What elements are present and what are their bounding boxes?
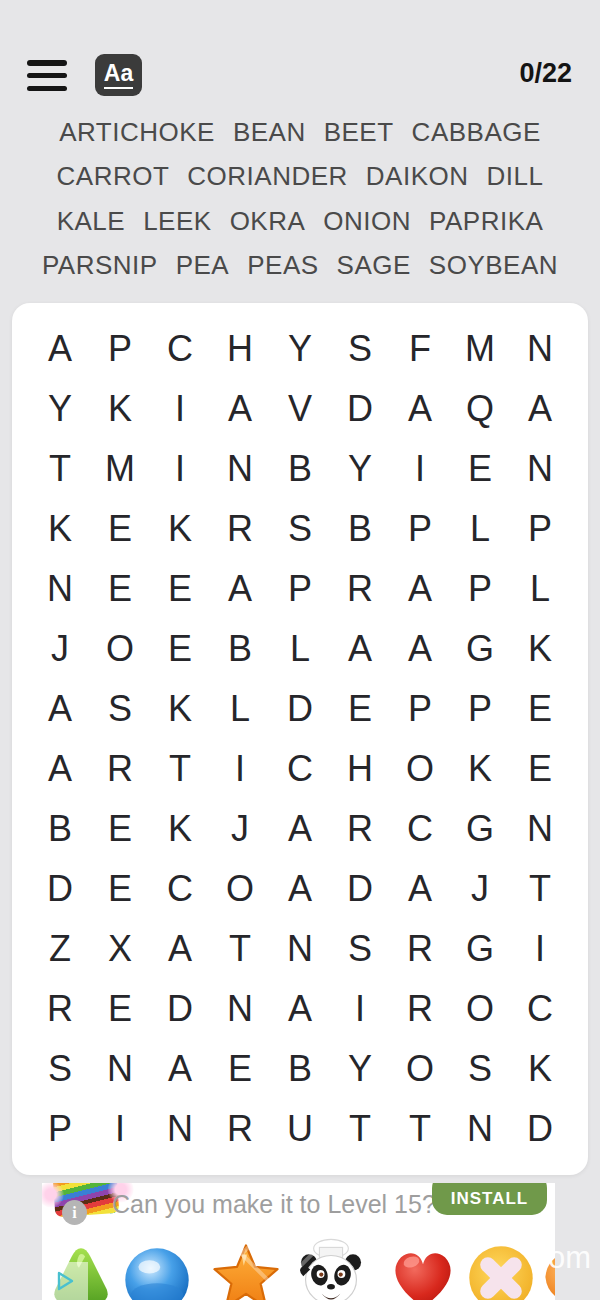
word-list-word: BEAN (233, 117, 306, 148)
word-list-word: DILL (487, 161, 544, 192)
grid-cell[interactable]: A (30, 319, 90, 379)
install-button[interactable]: INSTALL (432, 1183, 547, 1215)
grid-cell[interactable]: A (330, 619, 390, 679)
grid-cell[interactable]: T (30, 439, 90, 499)
cross-cookie-icon (466, 1243, 536, 1300)
grid-cell[interactable]: N (150, 1099, 210, 1159)
grid-cell[interactable]: P (450, 559, 510, 619)
grid-cell[interactable]: A (30, 739, 90, 799)
grid-cell[interactable]: N (210, 439, 270, 499)
font-size-button[interactable]: Aa (95, 54, 142, 96)
grid-cell[interactable]: P (450, 679, 510, 739)
grid-cell[interactable]: K (510, 619, 570, 679)
grid-cell[interactable]: O (390, 1039, 450, 1099)
grid-cell[interactable]: A (390, 559, 450, 619)
word-list-word: PAPRIKA (429, 206, 543, 237)
grid-cell[interactable]: Q (450, 379, 510, 439)
grid-cell[interactable]: N (510, 799, 570, 859)
menu-icon[interactable] (27, 60, 67, 91)
grid-cell[interactable]: O (210, 859, 270, 919)
grid-cell[interactable]: E (90, 559, 150, 619)
grid-cell[interactable]: C (150, 859, 210, 919)
grid-cell[interactable]: P (270, 559, 330, 619)
grid-cell[interactable]: D (30, 859, 90, 919)
grid-cell[interactable]: E (510, 739, 570, 799)
grid-cell[interactable]: G (450, 619, 510, 679)
grid-cell[interactable]: R (90, 739, 150, 799)
grid-cell[interactable]: N (90, 1039, 150, 1099)
word-list-word: PARSNIP (42, 250, 158, 281)
grid-cell[interactable]: A (390, 379, 450, 439)
word-list-line: ARTICHOKEBEANBEETCABBAGE (0, 110, 600, 155)
grid-cell[interactable]: S (30, 1039, 90, 1099)
word-list: ARTICHOKEBEANBEETCABBAGECARROTCORIANDERD… (0, 110, 600, 288)
grid-cell[interactable]: B (270, 1039, 330, 1099)
grid-cell[interactable]: A (390, 859, 450, 919)
grid-cell[interactable]: A (150, 1039, 210, 1099)
grid-cell[interactable]: Y (330, 1039, 390, 1099)
word-list-word: SAGE (337, 250, 411, 281)
grid-cell[interactable]: J (30, 619, 90, 679)
blue-ball-icon (122, 1245, 192, 1300)
grid-cell[interactable]: K (510, 1039, 570, 1099)
grid-cell[interactable]: R (210, 499, 270, 559)
grid-cell[interactable]: N (270, 919, 330, 979)
grid-cell[interactable]: P (90, 319, 150, 379)
grid-cell[interactable]: N (30, 559, 90, 619)
grid-cell[interactable]: K (90, 379, 150, 439)
ad-banner[interactable]: i Can you make it to Level 15? INSTALL (42, 1183, 555, 1300)
page: { "game": "word-search", "position": { "… (0, 0, 600, 1300)
word-list-word: CARROT (57, 161, 170, 192)
grid-cell[interactable]: R (390, 979, 450, 1039)
grid-cell[interactable]: R (390, 919, 450, 979)
grid-cell[interactable]: E (90, 859, 150, 919)
grid-cell[interactable]: V (270, 379, 330, 439)
grid-cell[interactable]: S (90, 679, 150, 739)
grid-cell[interactable]: Y (270, 319, 330, 379)
word-list-line: CARROTCORIANDERDAIKONDILL (0, 155, 600, 200)
grid-cell[interactable]: K (150, 679, 210, 739)
grid-cell[interactable]: K (30, 499, 90, 559)
word-list-word: PEA (176, 250, 230, 281)
grid-cell[interactable]: F (390, 319, 450, 379)
grid-cell[interactable]: P (510, 499, 570, 559)
grid-cell[interactable]: I (210, 739, 270, 799)
grid-cell[interactable]: S (450, 1039, 510, 1099)
grid-cell[interactable]: R (210, 1099, 270, 1159)
ad-info-icon[interactable]: i (62, 1200, 87, 1225)
grid-cell[interactable]: D (330, 379, 390, 439)
grid-cell[interactable]: I (510, 919, 570, 979)
menu-bar (27, 60, 67, 66)
grid-cell[interactable]: O (450, 979, 510, 1039)
word-list-word: KALE (57, 206, 126, 237)
grid-cell[interactable]: A (150, 919, 210, 979)
grid-cell[interactable]: U (270, 1099, 330, 1159)
word-list-word: PEAS (247, 250, 318, 281)
grid-cell[interactable]: G (450, 799, 510, 859)
word-list-word: OKRA (230, 206, 306, 237)
grid-cell[interactable]: L (270, 619, 330, 679)
word-list-word: CABBAGE (412, 117, 541, 148)
grid-cell[interactable]: S (330, 319, 390, 379)
grid-cell[interactable]: S (270, 499, 330, 559)
grid-cell[interactable]: C (150, 319, 210, 379)
word-list-line: PARSNIPPEAPEASSAGESOYBEAN (0, 244, 600, 289)
grid-cell[interactable]: C (390, 799, 450, 859)
grid-cell[interactable]: R (30, 979, 90, 1039)
grid-cell[interactable]: H (210, 319, 270, 379)
grid-cell[interactable]: R (330, 559, 390, 619)
grid-cell[interactable]: L (510, 559, 570, 619)
grid-cell[interactable]: T (150, 739, 210, 799)
red-heart-icon (386, 1243, 460, 1300)
grid-cell[interactable]: I (330, 979, 390, 1039)
grid-cell[interactable]: P (390, 679, 450, 739)
grid-cell[interactable]: B (330, 499, 390, 559)
grid-cell[interactable]: H (330, 739, 390, 799)
grid-cell[interactable]: E (90, 499, 150, 559)
word-list-word: SOYBEAN (429, 250, 558, 281)
grid-cell[interactable]: A (390, 619, 450, 679)
grid-cell[interactable]: I (150, 439, 210, 499)
grid-cell[interactable]: E (450, 439, 510, 499)
grid-cell[interactable]: I (150, 379, 210, 439)
grid-cell[interactable]: B (210, 619, 270, 679)
grid-cell[interactable]: A (270, 799, 330, 859)
word-list-word: CORIANDER (187, 161, 348, 192)
grid-cell[interactable]: L (450, 499, 510, 559)
grid-cell[interactable]: S (330, 919, 390, 979)
word-list-word: LEEK (143, 206, 212, 237)
grid-cell[interactable]: K (150, 799, 210, 859)
grid-cell[interactable]: A (270, 859, 330, 919)
grid-cell[interactable]: I (390, 439, 450, 499)
grid-cell[interactable]: J (450, 859, 510, 919)
grid-cell[interactable]: E (210, 1039, 270, 1099)
grid-cell[interactable]: N (210, 979, 270, 1039)
grid-cell[interactable]: O (90, 619, 150, 679)
grid-cell[interactable]: R (330, 799, 390, 859)
grid-card: APCHYSFMNYKIAVDAQATMINBYIENKEKRSBPLPNEEA… (12, 303, 588, 1175)
ad-headline: Can you make it to Level 15? (112, 1190, 436, 1219)
grid-cell[interactable]: E (90, 799, 150, 859)
grid-cell[interactable]: E (150, 559, 210, 619)
grid-cell[interactable]: T (390, 1099, 450, 1159)
letter-grid[interactable]: APCHYSFMNYKIAVDAQATMINBYIENKEKRSBPLPNEEA… (30, 319, 570, 1159)
grid-cell[interactable]: M (90, 439, 150, 499)
font-size-button-label: Aa (104, 62, 133, 89)
grid-cell[interactable]: D (510, 1099, 570, 1159)
grid-cell[interactable]: E (90, 979, 150, 1039)
grid-cell[interactable]: Z (30, 919, 90, 979)
grid-cell[interactable]: A (270, 979, 330, 1039)
word-list-line: KALELEEKOKRAONIONPAPRIKA (0, 199, 600, 244)
grid-cell[interactable]: E (330, 679, 390, 739)
grid-cell[interactable]: P (30, 1099, 90, 1159)
adchoices-icon[interactable] (42, 1262, 88, 1300)
grid-cell[interactable]: E (150, 619, 210, 679)
grid-cell[interactable]: P (390, 499, 450, 559)
menu-bar (27, 73, 67, 79)
grid-cell[interactable]: T (210, 919, 270, 979)
menu-bar (27, 86, 67, 92)
grid-cell[interactable]: K (150, 499, 210, 559)
grid-cell[interactable]: J (210, 799, 270, 859)
grid-cell[interactable]: A (30, 679, 90, 739)
grid-cell[interactable]: A (210, 379, 270, 439)
grid-cell[interactable]: A (210, 559, 270, 619)
grid-cell[interactable]: I (90, 1099, 150, 1159)
word-list-word: BEET (324, 117, 394, 148)
grid-cell[interactable]: T (510, 859, 570, 919)
grid-cell[interactable]: N (510, 319, 570, 379)
word-list-word: ONION (323, 206, 411, 237)
header: Aa 0/22 (0, 52, 600, 98)
grid-cell[interactable]: G (450, 919, 510, 979)
grid-cell[interactable]: N (450, 1099, 510, 1159)
grid-cell[interactable]: K (450, 739, 510, 799)
grid-cell[interactable]: C (510, 979, 570, 1039)
grid-cell[interactable]: B (30, 799, 90, 859)
grid-cell[interactable]: E (510, 679, 570, 739)
grid-cell[interactable]: N (510, 439, 570, 499)
word-list-word: ARTICHOKE (59, 117, 215, 148)
grid-cell[interactable]: Y (330, 439, 390, 499)
grid-cell[interactable]: Y (30, 379, 90, 439)
grid-cell[interactable]: B (270, 439, 330, 499)
grid-cell[interactable]: A (510, 379, 570, 439)
word-list-word: DAIKON (366, 161, 469, 192)
grid-cell[interactable]: T (330, 1099, 390, 1159)
grid-cell[interactable]: C (270, 739, 330, 799)
watermark-text: om (548, 1240, 591, 1276)
found-counter: 0/22 (519, 58, 572, 89)
grid-cell[interactable]: D (330, 859, 390, 919)
grid-cell[interactable]: X (90, 919, 150, 979)
grid-cell[interactable]: L (210, 679, 270, 739)
grid-cell[interactable]: D (270, 679, 330, 739)
grid-cell[interactable]: M (450, 319, 510, 379)
grid-cell[interactable]: O (390, 739, 450, 799)
grid-cell[interactable]: D (150, 979, 210, 1039)
